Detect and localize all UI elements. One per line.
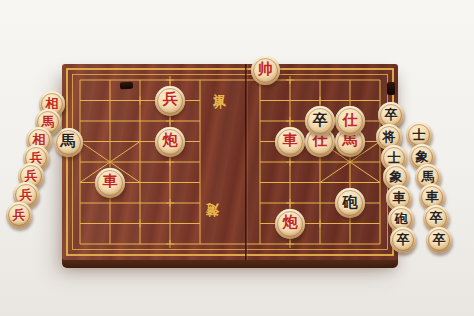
piece-character: 馬 [422,170,435,183]
piece-character: 士 [388,151,401,164]
piece-character: 象 [390,170,403,183]
xiangqi-piece-black[interactable]: 卒 [390,227,416,253]
piece-character: 帅 [258,62,273,77]
board-fold-line [245,64,247,260]
xiangqi-piece-black[interactable]: 馬 [54,128,83,157]
piece-character: 砲 [395,212,408,225]
piece-character: 卒 [313,113,328,128]
piece-character: 士 [413,128,426,141]
xiangqi-piece-red[interactable]: 兵 [6,202,32,228]
hinge-icon [387,82,395,95]
xiangqi-piece-black[interactable]: 砲 [335,188,365,218]
xiangqi-piece-red[interactable]: 車 [275,127,305,157]
hinge-icon [120,82,133,90]
xiangqi-piece-red[interactable]: 仕 [335,106,365,136]
piece-character: 車 [393,191,406,204]
piece-character: 相 [33,133,46,146]
piece-character: 仕 [343,113,358,128]
xiangqi-piece-red[interactable]: 帅 [251,56,280,85]
xiangqi-piece-red[interactable]: 兵 [155,86,185,116]
xiangqi-piece-black[interactable]: 卒 [426,227,452,253]
piece-character: 馬 [42,115,55,128]
piece-character: 炮 [163,133,178,148]
xiangqi-piece-red[interactable]: 車 [95,168,125,198]
xiangqi-piece-black[interactable]: 卒 [305,106,335,136]
piece-character: 卒 [385,108,398,121]
piece-character: 兵 [25,169,38,182]
river-label-upper: 汉界 [210,84,228,132]
piece-character: 卒 [430,211,443,224]
piece-character: 兵 [20,188,33,201]
piece-character: 砲 [343,195,358,210]
piece-character: 兵 [163,92,178,107]
piece-character: 車 [283,133,298,148]
piece-character: 象 [416,150,429,163]
piece-character: 兵 [30,151,43,164]
piece-character: 相 [46,97,59,110]
board-grid-lines [62,64,398,260]
piece-character: 車 [426,190,439,203]
xiangqi-piece-red[interactable]: 炮 [155,127,185,157]
piece-character: 馬 [61,134,76,149]
photo-scene: 汉界 楚河 兵炮車車仕馬仕炮卒砲帅馬相馬相兵兵兵兵卒将士象車砲卒士象馬車卒卒 [0,0,474,316]
xiangqi-board[interactable]: 汉界 楚河 [62,64,398,260]
piece-character: 将 [383,130,396,143]
piece-character: 炮 [283,215,298,230]
piece-character: 兵 [13,208,26,221]
river-label-lower: 楚河 [204,178,222,228]
piece-character: 車 [103,174,118,189]
xiangqi-piece-red[interactable]: 炮 [275,209,305,239]
piece-character: 卒 [433,233,446,246]
piece-character: 卒 [397,233,410,246]
